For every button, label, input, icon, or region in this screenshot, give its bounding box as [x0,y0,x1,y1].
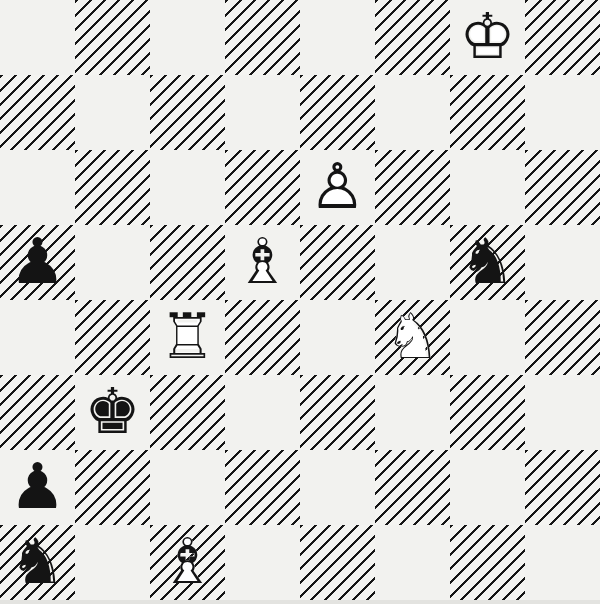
white-rook-glyph: ♖ [150,300,225,375]
square-h3[interactable] [525,375,600,450]
square-h5[interactable] [525,225,600,300]
white-knight-fill: ♞ [375,300,450,375]
square-a7[interactable] [0,75,75,150]
square-g8[interactable]: ♚♔ [450,0,525,75]
square-c8[interactable] [150,0,225,75]
black-king: ♚ [75,375,150,450]
square-d8[interactable] [225,0,300,75]
square-f1[interactable] [375,525,450,600]
paper-edge [0,600,600,604]
black-knight-glyph: ♞ [0,525,75,600]
white-king-glyph: ♔ [450,0,525,75]
square-a6[interactable] [0,150,75,225]
square-c6[interactable] [150,150,225,225]
white-rook: ♜♖ [150,300,225,375]
square-b3[interactable]: ♚ [75,375,150,450]
square-f2[interactable] [375,450,450,525]
white-rook-fill: ♜ [150,300,225,375]
black-king-glyph: ♚ [75,375,150,450]
square-d4[interactable] [225,300,300,375]
white-bishop-glyph: ♗ [150,525,225,600]
square-g5[interactable]: ♞ [450,225,525,300]
black-knight: ♞ [0,525,75,600]
square-e2[interactable] [300,450,375,525]
square-d7[interactable] [225,75,300,150]
chess-board: ♚♔♟♙♟♝♗♞♜♖♞♘♚♟♞♝♗ [0,0,600,600]
square-b8[interactable] [75,0,150,75]
square-g2[interactable] [450,450,525,525]
square-g7[interactable] [450,75,525,150]
square-a5[interactable]: ♟ [0,225,75,300]
black-pawn-glyph: ♟ [0,225,75,300]
white-king: ♚♔ [450,0,525,75]
black-pawn: ♟ [0,450,75,525]
square-h2[interactable] [525,450,600,525]
square-f8[interactable] [375,0,450,75]
square-h8[interactable] [525,0,600,75]
square-c2[interactable] [150,450,225,525]
square-h7[interactable] [525,75,600,150]
white-pawn-glyph: ♙ [300,150,375,225]
white-bishop: ♝♗ [225,225,300,300]
square-a3[interactable] [0,375,75,450]
square-e5[interactable] [300,225,375,300]
square-g6[interactable] [450,150,525,225]
square-d3[interactable] [225,375,300,450]
square-c1[interactable]: ♝♗ [150,525,225,600]
black-knight: ♞ [450,225,525,300]
square-g1[interactable] [450,525,525,600]
square-b2[interactable] [75,450,150,525]
square-b4[interactable] [75,300,150,375]
black-pawn-glyph: ♟ [0,450,75,525]
white-knight: ♞♘ [375,300,450,375]
square-h4[interactable] [525,300,600,375]
square-d6[interactable] [225,150,300,225]
white-pawn: ♟♙ [300,150,375,225]
square-d5[interactable]: ♝♗ [225,225,300,300]
square-b5[interactable] [75,225,150,300]
square-f5[interactable] [375,225,450,300]
square-g3[interactable] [450,375,525,450]
square-e1[interactable] [300,525,375,600]
square-f6[interactable] [375,150,450,225]
white-king-fill: ♚ [450,0,525,75]
black-knight-glyph: ♞ [450,225,525,300]
square-b7[interactable] [75,75,150,150]
square-e6[interactable]: ♟♙ [300,150,375,225]
square-c7[interactable] [150,75,225,150]
square-c4[interactable]: ♜♖ [150,300,225,375]
square-a1[interactable]: ♞ [0,525,75,600]
square-e3[interactable] [300,375,375,450]
white-bishop: ♝♗ [150,525,225,600]
square-f7[interactable] [375,75,450,150]
square-h1[interactable] [525,525,600,600]
square-a8[interactable] [0,0,75,75]
square-d2[interactable] [225,450,300,525]
square-h6[interactable] [525,150,600,225]
white-bishop-fill: ♝ [225,225,300,300]
square-b6[interactable] [75,150,150,225]
square-b1[interactable] [75,525,150,600]
square-c5[interactable] [150,225,225,300]
square-a4[interactable] [0,300,75,375]
black-pawn: ♟ [0,225,75,300]
square-f4[interactable]: ♞♘ [375,300,450,375]
square-e4[interactable] [300,300,375,375]
white-pawn-fill: ♟ [300,150,375,225]
chess-diagram: ♚♔♟♙♟♝♗♞♜♖♞♘♚♟♞♝♗ [0,0,600,604]
square-a2[interactable]: ♟ [0,450,75,525]
square-e8[interactable] [300,0,375,75]
square-e7[interactable] [300,75,375,150]
square-g4[interactable] [450,300,525,375]
white-bishop-fill: ♝ [150,525,225,600]
white-bishop-glyph: ♗ [225,225,300,300]
white-knight-glyph: ♘ [375,300,450,375]
square-d1[interactable] [225,525,300,600]
square-f3[interactable] [375,375,450,450]
square-c3[interactable] [150,375,225,450]
